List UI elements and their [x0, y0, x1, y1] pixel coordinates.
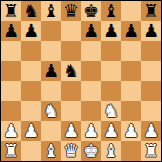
square-b4[interactable] — [21, 81, 41, 101]
piece-black-rook[interactable]: ♜ — [3, 1, 19, 21]
square-c8[interactable]: ♝ — [41, 1, 61, 21]
square-g1[interactable] — [121, 141, 141, 161]
square-g3[interactable] — [121, 101, 141, 121]
square-a2[interactable]: ♟ — [1, 121, 21, 141]
piece-black-bishop[interactable]: ♝ — [103, 1, 119, 21]
square-f6[interactable] — [101, 41, 121, 61]
piece-white-pawn[interactable]: ♟ — [103, 121, 119, 141]
piece-white-pawn[interactable]: ♟ — [63, 121, 79, 141]
piece-black-queen[interactable]: ♛ — [63, 1, 79, 21]
square-g6[interactable] — [121, 41, 141, 61]
piece-white-knight[interactable]: ♞ — [103, 101, 119, 121]
piece-black-pawn[interactable]: ♟ — [3, 21, 19, 41]
square-d4[interactable] — [61, 81, 81, 101]
piece-black-knight[interactable]: ♞ — [23, 1, 39, 21]
square-a4[interactable] — [1, 81, 21, 101]
square-d5[interactable]: ♞ — [61, 61, 81, 81]
square-c6[interactable] — [41, 41, 61, 61]
piece-white-bishop[interactable]: ♝ — [43, 141, 59, 161]
square-d6[interactable] — [61, 41, 81, 61]
chess-board: ♜♞♝♛♚♝♜♟♟♟♟♟♟♟♞♞♞♟♟♟♟♟♟♟♜♝♛♚♝♜ — [1, 1, 161, 161]
square-c5[interactable]: ♟ — [41, 61, 61, 81]
chess-board-frame: ♜♞♝♛♚♝♜♟♟♟♟♟♟♟♞♞♞♟♟♟♟♟♟♟♜♝♛♚♝♜ — [0, 0, 162, 162]
square-e6[interactable] — [81, 41, 101, 61]
square-h3[interactable] — [141, 101, 161, 121]
square-a1[interactable]: ♜ — [1, 141, 21, 161]
piece-white-queen[interactable]: ♛ — [63, 141, 79, 161]
piece-white-pawn[interactable]: ♟ — [83, 121, 99, 141]
square-f1[interactable]: ♝ — [101, 141, 121, 161]
square-b1[interactable] — [21, 141, 41, 161]
square-f7[interactable]: ♟ — [101, 21, 121, 41]
piece-black-king[interactable]: ♚ — [83, 1, 99, 21]
square-c7[interactable] — [41, 21, 61, 41]
square-c3[interactable]: ♞ — [41, 101, 61, 121]
square-g5[interactable] — [121, 61, 141, 81]
piece-white-pawn[interactable]: ♟ — [23, 121, 39, 141]
square-b3[interactable] — [21, 101, 41, 121]
piece-white-rook[interactable]: ♜ — [3, 141, 19, 161]
piece-black-pawn[interactable]: ♟ — [23, 21, 39, 41]
square-h4[interactable] — [141, 81, 161, 101]
square-d3[interactable] — [61, 101, 81, 121]
piece-white-king[interactable]: ♚ — [83, 141, 99, 161]
square-f8[interactable]: ♝ — [101, 1, 121, 21]
piece-black-pawn[interactable]: ♟ — [123, 21, 139, 41]
square-g7[interactable]: ♟ — [121, 21, 141, 41]
square-a8[interactable]: ♜ — [1, 1, 21, 21]
square-a3[interactable] — [1, 101, 21, 121]
square-a7[interactable]: ♟ — [1, 21, 21, 41]
square-e8[interactable]: ♚ — [81, 1, 101, 21]
square-f4[interactable] — [101, 81, 121, 101]
square-h2[interactable]: ♟ — [141, 121, 161, 141]
square-g2[interactable]: ♟ — [121, 121, 141, 141]
square-b7[interactable]: ♟ — [21, 21, 41, 41]
square-e5[interactable] — [81, 61, 101, 81]
piece-white-bishop[interactable]: ♝ — [103, 141, 119, 161]
square-a6[interactable] — [1, 41, 21, 61]
square-b8[interactable]: ♞ — [21, 1, 41, 21]
piece-black-rook[interactable]: ♜ — [143, 1, 159, 21]
square-h6[interactable] — [141, 41, 161, 61]
square-d1[interactable]: ♛ — [61, 141, 81, 161]
square-e7[interactable]: ♟ — [81, 21, 101, 41]
piece-white-knight[interactable]: ♞ — [43, 101, 59, 121]
square-c1[interactable]: ♝ — [41, 141, 61, 161]
square-b2[interactable]: ♟ — [21, 121, 41, 141]
piece-black-pawn[interactable]: ♟ — [103, 21, 119, 41]
square-h7[interactable]: ♟ — [141, 21, 161, 41]
square-d8[interactable]: ♛ — [61, 1, 81, 21]
square-f2[interactable]: ♟ — [101, 121, 121, 141]
piece-white-pawn[interactable]: ♟ — [3, 121, 19, 141]
square-c4[interactable] — [41, 81, 61, 101]
square-d2[interactable]: ♟ — [61, 121, 81, 141]
square-h5[interactable] — [141, 61, 161, 81]
square-e3[interactable] — [81, 101, 101, 121]
piece-white-pawn[interactable]: ♟ — [123, 121, 139, 141]
square-g8[interactable] — [121, 1, 141, 21]
piece-white-rook[interactable]: ♜ — [143, 141, 159, 161]
square-e2[interactable]: ♟ — [81, 121, 101, 141]
square-b5[interactable] — [21, 61, 41, 81]
square-e4[interactable] — [81, 81, 101, 101]
square-d7[interactable] — [61, 21, 81, 41]
piece-black-knight[interactable]: ♞ — [63, 61, 79, 81]
square-f5[interactable] — [101, 61, 121, 81]
piece-black-pawn[interactable]: ♟ — [43, 61, 59, 81]
piece-black-pawn[interactable]: ♟ — [143, 21, 159, 41]
square-a5[interactable] — [1, 61, 21, 81]
square-b6[interactable] — [21, 41, 41, 61]
square-h1[interactable]: ♜ — [141, 141, 161, 161]
square-e1[interactable]: ♚ — [81, 141, 101, 161]
piece-black-pawn[interactable]: ♟ — [83, 21, 99, 41]
piece-white-pawn[interactable]: ♟ — [143, 121, 159, 141]
square-c2[interactable] — [41, 121, 61, 141]
square-g4[interactable] — [121, 81, 141, 101]
piece-black-bishop[interactable]: ♝ — [43, 1, 59, 21]
square-h8[interactable]: ♜ — [141, 1, 161, 21]
square-f3[interactable]: ♞ — [101, 101, 121, 121]
